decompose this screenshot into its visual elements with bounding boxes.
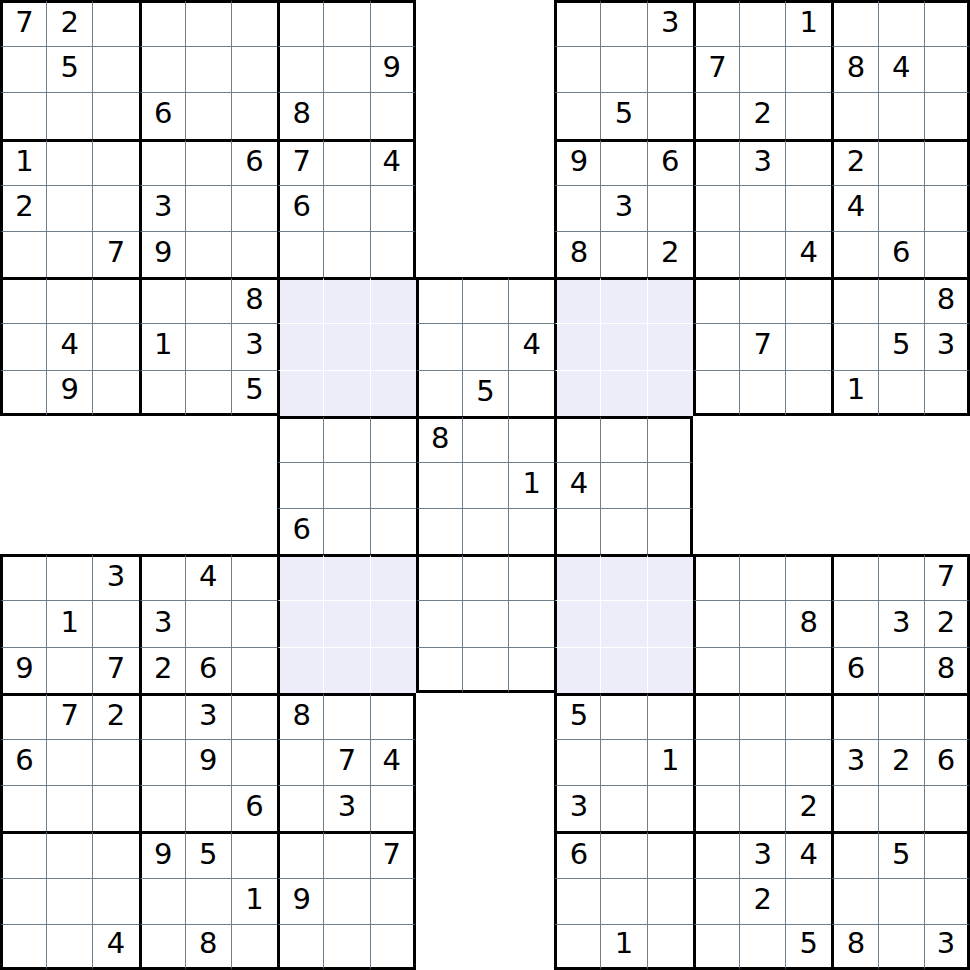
empty-cell-r18-c7[interactable] [323,831,369,877]
empty-cell-r20-c0[interactable] [0,924,46,970]
overlap-empty-cell-r14-c8[interactable] [370,647,416,693]
empty-cell-r9-c12[interactable] [554,416,600,462]
void-cell [462,46,508,92]
empty-cell-r0-c20[interactable] [924,0,970,46]
empty-cell-r3-c7[interactable] [323,139,369,185]
empty-cell-r5-c18[interactable] [831,231,877,277]
empty-cell-r15-c17[interactable] [785,693,831,739]
empty-cell-r2-c20[interactable] [924,92,970,138]
overlap-empty-cell-r14-c7[interactable] [323,647,369,693]
empty-cell-r19-c1[interactable] [46,878,92,924]
empty-cell-r1-c2[interactable] [92,46,138,92]
overlap-empty-cell-r6-c8[interactable] [370,277,416,323]
void-cell [508,785,554,831]
overlap-empty-cell-r13-c14[interactable] [647,600,693,646]
empty-cell-r10-c10[interactable] [462,462,508,508]
empty-cell-r18-c1[interactable] [46,831,92,877]
overlap-empty-cell-r6-c6[interactable] [277,277,323,323]
empty-cell-r1-c16[interactable] [739,46,785,92]
empty-cell-r0-c19[interactable] [878,0,924,46]
empty-cell-r0-c5[interactable] [231,0,277,46]
overlap-empty-cell-r6-c14[interactable] [647,277,693,323]
given-digit-cell-r5-c12: 8 [554,231,600,277]
empty-cell-r8-c4[interactable] [185,370,231,416]
empty-cell-r20-c3[interactable] [139,924,185,970]
empty-cell-r7-c0[interactable] [0,323,46,369]
overlap-empty-cell-r13-c8[interactable] [370,600,416,646]
overlap-empty-cell-r8-c7[interactable] [323,370,369,416]
empty-cell-r16-c2[interactable] [92,739,138,785]
given-digit-cell-r6-c5: 8 [231,277,277,323]
given-digit-cell-r18-c17: 4 [785,831,831,877]
empty-cell-r12-c15[interactable] [693,554,739,600]
empty-cell-r3-c20[interactable] [924,139,970,185]
empty-cell-r19-c17[interactable] [785,878,831,924]
empty-cell-r12-c1[interactable] [46,554,92,600]
empty-cell-r18-c6[interactable] [277,831,323,877]
overlap-empty-cell-r13-c12[interactable] [554,600,600,646]
empty-cell-r14-c10[interactable] [462,647,508,693]
empty-cell-r19-c15[interactable] [693,878,739,924]
empty-cell-r2-c8[interactable] [370,92,416,138]
empty-cell-r3-c4[interactable] [185,139,231,185]
empty-cell-r4-c2[interactable] [92,185,138,231]
overlap-empty-cell-r12-c8[interactable] [370,554,416,600]
empty-cell-r3-c1[interactable] [46,139,92,185]
empty-cell-r9-c14[interactable] [647,416,693,462]
empty-cell-r20-c12[interactable] [554,924,600,970]
empty-cell-r13-c18[interactable] [831,600,877,646]
overlap-empty-cell-r8-c8[interactable] [370,370,416,416]
empty-cell-r2-c17[interactable] [785,92,831,138]
empty-cell-r20-c16[interactable] [739,924,785,970]
empty-cell-r4-c5[interactable] [231,185,277,231]
empty-cell-r11-c14[interactable] [647,508,693,554]
given-digit-cell-r8-c10: 5 [462,370,508,416]
empty-cell-r6-c10[interactable] [462,277,508,323]
empty-cell-r19-c8[interactable] [370,878,416,924]
empty-cell-r20-c7[interactable] [323,924,369,970]
empty-cell-r9-c6[interactable] [277,416,323,462]
empty-cell-r1-c6[interactable] [277,46,323,92]
empty-cell-r4-c17[interactable] [785,185,831,231]
given-digit-cell-r11-c6: 6 [277,508,323,554]
empty-cell-r15-c8[interactable] [370,693,416,739]
empty-cell-r4-c19[interactable] [878,185,924,231]
void-cell [693,462,739,508]
empty-cell-r14-c15[interactable] [693,647,739,693]
empty-cell-r10-c14[interactable] [647,462,693,508]
empty-cell-r13-c11[interactable] [508,600,554,646]
overlap-empty-cell-r8-c6[interactable] [277,370,323,416]
empty-cell-r6-c16[interactable] [739,277,785,323]
empty-cell-r16-c17[interactable] [785,739,831,785]
empty-cell-r14-c19[interactable] [878,647,924,693]
empty-cell-r8-c17[interactable] [785,370,831,416]
given-digit-cell-r7-c1: 4 [46,323,92,369]
empty-cell-r5-c15[interactable] [693,231,739,277]
empty-cell-r10-c13[interactable] [600,462,646,508]
empty-cell-r8-c16[interactable] [739,370,785,416]
empty-cell-r8-c15[interactable] [693,370,739,416]
empty-cell-r1-c0[interactable] [0,46,46,92]
empty-cell-r7-c2[interactable] [92,323,138,369]
empty-cell-r6-c0[interactable] [0,277,46,323]
given-digit-cell-r15-c1: 7 [46,693,92,739]
empty-cell-r20-c19[interactable] [878,924,924,970]
empty-cell-r9-c11[interactable] [508,416,554,462]
empty-cell-r6-c2[interactable] [92,277,138,323]
empty-cell-r17-c1[interactable] [46,785,92,831]
empty-cell-r4-c7[interactable] [323,185,369,231]
empty-cell-r6-c4[interactable] [185,277,231,323]
empty-cell-r6-c9[interactable] [416,277,462,323]
empty-cell-r15-c19[interactable] [878,693,924,739]
empty-cell-r17-c19[interactable] [878,785,924,831]
empty-cell-r18-c15[interactable] [693,831,739,877]
empty-cell-r2-c2[interactable] [92,92,138,138]
empty-cell-r11-c12[interactable] [554,508,600,554]
overlap-empty-cell-r7-c6[interactable] [277,323,323,369]
empty-cell-r3-c2[interactable] [92,139,138,185]
empty-cell-r20-c8[interactable] [370,924,416,970]
empty-cell-r2-c0[interactable] [0,92,46,138]
empty-cell-r11-c10[interactable] [462,508,508,554]
overlap-empty-cell-r6-c12[interactable] [554,277,600,323]
empty-cell-r4-c1[interactable] [46,185,92,231]
overlap-empty-cell-r12-c6[interactable] [277,554,323,600]
void-cell [416,693,462,739]
empty-cell-r11-c13[interactable] [600,508,646,554]
overlap-empty-cell-r8-c13[interactable] [600,370,646,416]
empty-cell-r19-c14[interactable] [647,878,693,924]
empty-cell-r12-c11[interactable] [508,554,554,600]
overlap-empty-cell-r13-c7[interactable] [323,600,369,646]
empty-cell-r2-c1[interactable] [46,92,92,138]
empty-cell-r16-c15[interactable] [693,739,739,785]
empty-cell-r2-c7[interactable] [323,92,369,138]
empty-cell-r1-c3[interactable] [139,46,185,92]
empty-cell-r9-c10[interactable] [462,416,508,462]
overlap-empty-cell-r7-c7[interactable] [323,323,369,369]
overlap-empty-cell-r12-c12[interactable] [554,554,600,600]
empty-cell-r5-c16[interactable] [739,231,785,277]
empty-cell-r2-c18[interactable] [831,92,877,138]
overlap-empty-cell-r14-c12[interactable] [554,647,600,693]
empty-cell-r20-c14[interactable] [647,924,693,970]
empty-cell-r15-c18[interactable] [831,693,877,739]
empty-cell-r16-c1[interactable] [46,739,92,785]
empty-cell-r5-c5[interactable] [231,231,277,277]
empty-cell-r12-c5[interactable] [231,554,277,600]
empty-cell-r19-c20[interactable] [924,878,970,924]
empty-cell-r0-c13[interactable] [600,0,646,46]
empty-cell-r2-c12[interactable] [554,92,600,138]
given-digit-cell-r3-c0: 1 [0,139,46,185]
empty-cell-r6-c17[interactable] [785,277,831,323]
empty-cell-r0-c18[interactable] [831,0,877,46]
empty-cell-r0-c3[interactable] [139,0,185,46]
empty-cell-r2-c4[interactable] [185,92,231,138]
empty-cell-r3-c3[interactable] [139,139,185,185]
empty-cell-r15-c13[interactable] [600,693,646,739]
empty-cell-r18-c13[interactable] [600,831,646,877]
empty-cell-r17-c6[interactable] [277,785,323,831]
empty-cell-r7-c10[interactable] [462,323,508,369]
void-cell [231,462,277,508]
empty-cell-r0-c8[interactable] [370,0,416,46]
empty-cell-r19-c18[interactable] [831,878,877,924]
empty-cell-r20-c6[interactable] [277,924,323,970]
void-cell [416,92,462,138]
empty-cell-r10-c7[interactable] [323,462,369,508]
empty-cell-r1-c12[interactable] [554,46,600,92]
empty-cell-r3-c13[interactable] [600,139,646,185]
empty-cell-r7-c4[interactable] [185,323,231,369]
given-digit-cell-r10-c11: 1 [508,462,554,508]
overlap-empty-cell-r7-c12[interactable] [554,323,600,369]
overlap-empty-cell-r13-c13[interactable] [600,600,646,646]
empty-cell-r4-c14[interactable] [647,185,693,231]
empty-cell-r6-c11[interactable] [508,277,554,323]
empty-cell-r15-c0[interactable] [0,693,46,739]
empty-cell-r5-c20[interactable] [924,231,970,277]
empty-cell-r17-c18[interactable] [831,785,877,831]
overlap-empty-cell-r8-c14[interactable] [647,370,693,416]
empty-cell-r1-c17[interactable] [785,46,831,92]
empty-cell-r2-c5[interactable] [231,92,277,138]
overlap-empty-cell-r6-c13[interactable] [600,277,646,323]
empty-cell-r16-c12[interactable] [554,739,600,785]
empty-cell-r15-c7[interactable] [323,693,369,739]
empty-cell-r1-c5[interactable] [231,46,277,92]
empty-cell-r10-c9[interactable] [416,462,462,508]
empty-cell-r6-c3[interactable] [139,277,185,323]
void-cell [878,416,924,462]
empty-cell-r17-c16[interactable] [739,785,785,831]
given-digit-cell-r17-c12: 3 [554,785,600,831]
empty-cell-r5-c7[interactable] [323,231,369,277]
void-cell [416,231,462,277]
empty-cell-r19-c12[interactable] [554,878,600,924]
empty-cell-r11-c7[interactable] [323,508,369,554]
empty-cell-r4-c8[interactable] [370,185,416,231]
overlap-empty-cell-r7-c13[interactable] [600,323,646,369]
void-cell [416,185,462,231]
empty-cell-r17-c14[interactable] [647,785,693,831]
empty-cell-r3-c19[interactable] [878,139,924,185]
empty-cell-r18-c5[interactable] [231,831,277,877]
empty-cell-r0-c4[interactable] [185,0,231,46]
empty-cell-r9-c8[interactable] [370,416,416,462]
empty-cell-r8-c19[interactable] [878,370,924,416]
empty-cell-r8-c2[interactable] [92,370,138,416]
empty-cell-r19-c3[interactable] [139,878,185,924]
empty-cell-r5-c6[interactable] [277,231,323,277]
empty-cell-r15-c14[interactable] [647,693,693,739]
empty-cell-r17-c13[interactable] [600,785,646,831]
empty-cell-r12-c3[interactable] [139,554,185,600]
empty-cell-r5-c8[interactable] [370,231,416,277]
empty-cell-r18-c0[interactable] [0,831,46,877]
empty-cell-r7-c9[interactable] [416,323,462,369]
empty-cell-r1-c4[interactable] [185,46,231,92]
empty-cell-r16-c5[interactable] [231,739,277,785]
empty-cell-r5-c4[interactable] [185,231,231,277]
empty-cell-r7-c17[interactable] [785,323,831,369]
empty-cell-r2-c15[interactable] [693,92,739,138]
empty-cell-r1-c20[interactable] [924,46,970,92]
empty-cell-r12-c10[interactable] [462,554,508,600]
empty-cell-r1-c7[interactable] [323,46,369,92]
empty-cell-r13-c9[interactable] [416,600,462,646]
empty-cell-r17-c15[interactable] [693,785,739,831]
empty-cell-r8-c3[interactable] [139,370,185,416]
empty-cell-r0-c7[interactable] [323,0,369,46]
empty-cell-r4-c16[interactable] [739,185,785,231]
empty-cell-r16-c16[interactable] [739,739,785,785]
empty-cell-r16-c13[interactable] [600,739,646,785]
overlap-empty-cell-r14-c13[interactable] [600,647,646,693]
empty-cell-r1-c14[interactable] [647,46,693,92]
overlap-empty-cell-r12-c14[interactable] [647,554,693,600]
empty-cell-r4-c15[interactable] [693,185,739,231]
empty-cell-r14-c17[interactable] [785,647,831,693]
empty-cell-r3-c15[interactable] [693,139,739,185]
empty-cell-r5-c13[interactable] [600,231,646,277]
empty-cell-r2-c19[interactable] [878,92,924,138]
empty-cell-r14-c9[interactable] [416,647,462,693]
empty-cell-r4-c4[interactable] [185,185,231,231]
empty-cell-r4-c20[interactable] [924,185,970,231]
empty-cell-r10-c8[interactable] [370,462,416,508]
empty-cell-r19-c2[interactable] [92,878,138,924]
empty-cell-r18-c20[interactable] [924,831,970,877]
overlap-empty-cell-r12-c7[interactable] [323,554,369,600]
empty-cell-r5-c0[interactable] [0,231,46,277]
empty-cell-r18-c14[interactable] [647,831,693,877]
empty-cell-r18-c2[interactable] [92,831,138,877]
empty-cell-r0-c6[interactable] [277,0,323,46]
empty-cell-r20-c5[interactable] [231,924,277,970]
empty-cell-r3-c17[interactable] [785,139,831,185]
empty-cell-r15-c5[interactable] [231,693,277,739]
empty-cell-r18-c18[interactable] [831,831,877,877]
empty-cell-r17-c2[interactable] [92,785,138,831]
empty-cell-r10-c6[interactable] [277,462,323,508]
empty-cell-r5-c1[interactable] [46,231,92,277]
void-cell [924,416,970,462]
empty-cell-r14-c1[interactable] [46,647,92,693]
empty-cell-r16-c3[interactable] [139,739,185,785]
empty-cell-r0-c16[interactable] [739,0,785,46]
empty-cell-r16-c6[interactable] [277,739,323,785]
empty-cell-r14-c16[interactable] [739,647,785,693]
empty-cell-r17-c0[interactable] [0,785,46,831]
empty-cell-r4-c12[interactable] [554,185,600,231]
empty-cell-r11-c11[interactable] [508,508,554,554]
empty-cell-r11-c9[interactable] [416,508,462,554]
empty-cell-r14-c5[interactable] [231,647,277,693]
overlap-empty-cell-r6-c7[interactable] [323,277,369,323]
empty-cell-r12-c18[interactable] [831,554,877,600]
given-digit-cell-r16-c18: 3 [831,739,877,785]
empty-cell-r13-c2[interactable] [92,600,138,646]
empty-cell-r14-c11[interactable] [508,647,554,693]
empty-cell-r15-c20[interactable] [924,693,970,739]
empty-cell-r6-c18[interactable] [831,277,877,323]
overlap-empty-cell-r7-c8[interactable] [370,323,416,369]
empty-cell-r0-c12[interactable] [554,0,600,46]
empty-cell-r19-c13[interactable] [600,878,646,924]
void-cell [508,878,554,924]
overlap-empty-cell-r13-c6[interactable] [277,600,323,646]
empty-cell-r8-c9[interactable] [416,370,462,416]
empty-cell-r6-c15[interactable] [693,277,739,323]
empty-cell-r6-c1[interactable] [46,277,92,323]
empty-cell-r2-c14[interactable] [647,92,693,138]
empty-cell-r13-c10[interactable] [462,600,508,646]
given-digit-cell-r16-c4: 9 [185,739,231,785]
overlap-empty-cell-r8-c12[interactable] [554,370,600,416]
overlap-empty-cell-r14-c6[interactable] [277,647,323,693]
empty-cell-r20-c1[interactable] [46,924,92,970]
empty-cell-r6-c19[interactable] [878,277,924,323]
empty-cell-r13-c15[interactable] [693,600,739,646]
empty-cell-r15-c16[interactable] [739,693,785,739]
empty-cell-r7-c15[interactable] [693,323,739,369]
empty-cell-r12-c17[interactable] [785,554,831,600]
overlap-empty-cell-r7-c14[interactable] [647,323,693,369]
empty-cell-r0-c15[interactable] [693,0,739,46]
empty-cell-r7-c18[interactable] [831,323,877,369]
empty-cell-r19-c7[interactable] [323,878,369,924]
empty-cell-r17-c20[interactable] [924,785,970,831]
empty-cell-r13-c16[interactable] [739,600,785,646]
empty-cell-r11-c8[interactable] [370,508,416,554]
empty-cell-r19-c4[interactable] [185,878,231,924]
empty-cell-r12-c16[interactable] [739,554,785,600]
given-digit-cell-r20-c2: 4 [92,924,138,970]
empty-cell-r12-c0[interactable] [0,554,46,600]
overlap-empty-cell-r14-c14[interactable] [647,647,693,693]
empty-cell-r12-c9[interactable] [416,554,462,600]
given-digit-cell-r7-c11: 4 [508,323,554,369]
empty-cell-r0-c2[interactable] [92,0,138,46]
empty-cell-r8-c11[interactable] [508,370,554,416]
empty-cell-r13-c5[interactable] [231,600,277,646]
samurai-sudoku-board: 7231597846852167496322363479824688413475… [0,0,970,970]
empty-cell-r1-c13[interactable] [600,46,646,92]
empty-cell-r17-c3[interactable] [139,785,185,831]
empty-cell-r17-c8[interactable] [370,785,416,831]
empty-cell-r17-c4[interactable] [185,785,231,831]
empty-cell-r12-c19[interactable] [878,554,924,600]
empty-cell-r19-c19[interactable] [878,878,924,924]
empty-cell-r19-c0[interactable] [0,878,46,924]
empty-cell-r20-c15[interactable] [693,924,739,970]
empty-cell-r9-c13[interactable] [600,416,646,462]
empty-cell-r15-c3[interactable] [139,693,185,739]
empty-cell-r8-c20[interactable] [924,370,970,416]
empty-cell-r13-c4[interactable] [185,600,231,646]
overlap-empty-cell-r12-c13[interactable] [600,554,646,600]
empty-cell-r15-c15[interactable] [693,693,739,739]
given-digit-cell-r14-c0: 9 [0,647,46,693]
empty-cell-r13-c0[interactable] [0,600,46,646]
empty-cell-r8-c0[interactable] [0,370,46,416]
empty-cell-r9-c7[interactable] [323,416,369,462]
